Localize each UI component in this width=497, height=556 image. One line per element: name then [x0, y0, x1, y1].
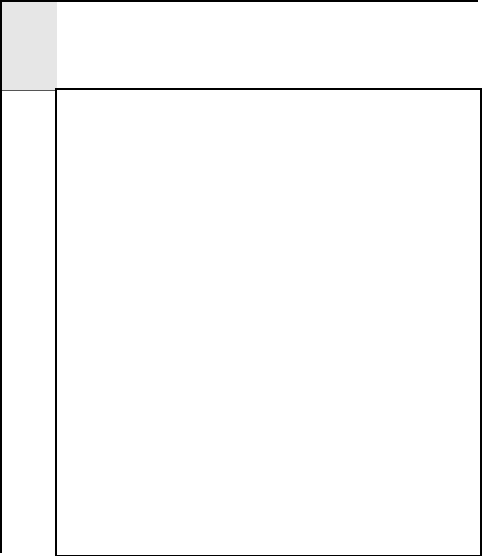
puzzle-grid[interactable] [55, 88, 482, 556]
nonogram-page [0, 0, 497, 556]
column-clues-area [55, 0, 478, 88]
row-clues-area [0, 88, 57, 553]
corner-watermark [0, 0, 57, 91]
